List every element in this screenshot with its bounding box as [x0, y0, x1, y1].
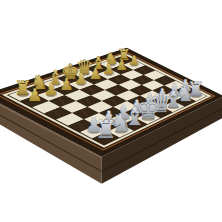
svg-text:♟: ♟ [27, 85, 43, 105]
piece-gold-pawn-g7: ♟ [43, 79, 58, 99]
chess-set-scene: ♜♞♟♝♟♛♟♚♟♝♟♞♟♟♜♟♟♜♟♟♞♟♝♟♛♟♚♟♝♟♞♜ [0, 0, 222, 222]
piece-gold-pawn-h7: ♟ [27, 85, 43, 105]
piece-gold-pawn-f7: ♟ [59, 75, 74, 94]
chess-set-product-photo: ♜♞♟♝♟♛♟♚♟♝♟♞♟♟♜♟♟♜♟♟♞♟♝♟♛♟♚♟♝♟♞♜ [0, 0, 222, 222]
piece-gold-pawn-c7: ♟ [102, 61, 115, 77]
svg-text:♜: ♜ [95, 115, 117, 144]
svg-text:♟: ♟ [59, 75, 74, 94]
svg-text:♟: ♟ [128, 53, 140, 68]
piece-gold-pawn-e7: ♟ [74, 70, 88, 88]
svg-text:♟: ♟ [89, 65, 102, 83]
svg-text:♟: ♟ [102, 61, 115, 77]
svg-text:♟: ♟ [74, 70, 88, 88]
piece-gold-pawn-a7: ♟ [128, 53, 140, 68]
piece-gold-pawn-d7: ♟ [89, 65, 102, 83]
svg-text:♟: ♟ [116, 57, 128, 73]
svg-text:♟: ♟ [43, 79, 58, 99]
piece-gold-pawn-b7: ♟ [116, 57, 128, 73]
piece-silver-rook-h1: ♜ [95, 115, 117, 144]
